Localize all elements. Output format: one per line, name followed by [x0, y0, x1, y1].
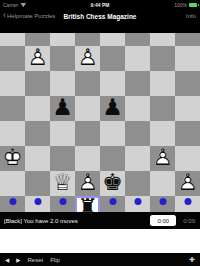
- piece-outline: ♙: [77, 45, 98, 70]
- square-f6[interactable]: [125, 71, 150, 96]
- square-a8[interactable]: [0, 33, 25, 46]
- square-f2[interactable]: [125, 171, 150, 196]
- square-c1[interactable]: [50, 196, 75, 213]
- piece-outline: ♔: [2, 145, 23, 170]
- square-g4[interactable]: [150, 121, 175, 146]
- square-g3[interactable]: ♟♙: [150, 146, 175, 171]
- square-d7[interactable]: ♟♙: [75, 46, 100, 71]
- square-b7[interactable]: ♟♙: [25, 46, 50, 71]
- square-a1[interactable]: [0, 196, 25, 213]
- move-dot-h1[interactable]: [184, 198, 191, 205]
- square-c3[interactable]: [50, 146, 75, 171]
- square-e4[interactable]: [100, 121, 125, 146]
- move-dot-f1[interactable]: [134, 198, 141, 205]
- elapsed-timer: 0:00: [150, 215, 176, 226]
- square-a4[interactable]: [0, 121, 25, 146]
- square-h5[interactable]: [175, 96, 200, 121]
- white-pawn-d2[interactable]: ♟♙: [75, 171, 100, 196]
- white-pawn-h2[interactable]: ♟♙: [175, 171, 200, 196]
- white-pawn-d7[interactable]: ♟♙: [75, 46, 100, 71]
- square-g1[interactable]: [150, 196, 175, 213]
- piece-glyph: ♜: [77, 195, 98, 213]
- square-a5[interactable]: [0, 96, 25, 121]
- status-bar: Carrier 9:44 PM 100%: [0, 0, 200, 10]
- move-dot-g1[interactable]: [159, 198, 166, 205]
- piece-glyph: ♟: [52, 95, 73, 120]
- square-c5[interactable]: ♟: [50, 96, 75, 121]
- piece-outline: ♙: [77, 170, 98, 195]
- clock-label: 9:44 PM: [0, 2, 200, 8]
- square-h3[interactable]: [175, 146, 200, 171]
- next-move-button[interactable]: ▶: [16, 257, 20, 263]
- square-b6[interactable]: [25, 71, 50, 96]
- square-f5[interactable]: [125, 96, 150, 121]
- info-button[interactable]: Info: [186, 13, 196, 19]
- square-a3[interactable]: ♚♔: [0, 146, 25, 171]
- square-h8[interactable]: [175, 33, 200, 46]
- battery-percent-label: 100%: [174, 2, 187, 8]
- square-f7[interactable]: [125, 46, 150, 71]
- piece-outline: ♙: [177, 170, 198, 195]
- square-e8[interactable]: [100, 33, 125, 46]
- move-dot-e1[interactable]: [109, 198, 116, 205]
- piece-glyph: ♚: [102, 170, 123, 195]
- move-dot-c1[interactable]: [59, 198, 66, 205]
- flip-button[interactable]: Flip: [50, 257, 60, 263]
- square-h2[interactable]: ♟♙: [175, 171, 200, 196]
- black-pawn-c5[interactable]: ♟: [50, 96, 75, 121]
- square-c7[interactable]: [50, 46, 75, 71]
- bottom-toolbar: ◀ ▶ Reset Flip ✚: [0, 253, 200, 266]
- white-king-a3[interactable]: ♚♔: [0, 146, 25, 171]
- battery-icon: [189, 3, 197, 7]
- turn-message: [Black] You have 2.0 moves: [4, 218, 150, 224]
- square-b2[interactable]: [25, 171, 50, 196]
- square-f4[interactable]: [125, 121, 150, 146]
- page-title: British Chess Magazine: [30, 13, 170, 20]
- black-rook-d1[interactable]: ♜: [75, 196, 100, 213]
- move-list-panel: [0, 229, 200, 253]
- piece-outline: ♙: [152, 145, 173, 170]
- white-pawn-b7[interactable]: ♟♙: [25, 46, 50, 71]
- piece-glyph: ♟: [102, 95, 123, 120]
- square-e2[interactable]: ♚: [100, 171, 125, 196]
- app-window: Carrier 9:44 PM 100% ‹ Helpmate Puzzles …: [0, 0, 200, 266]
- piece-outline: ♕: [52, 170, 73, 195]
- board-viewport: ♟♙♟♙♟♟♚♔♟♙♛♕♟♙♚♟♙♜: [0, 33, 200, 212]
- square-c6[interactable]: [50, 71, 75, 96]
- square-e7[interactable]: [100, 46, 125, 71]
- square-g6[interactable]: [150, 71, 175, 96]
- square-h7[interactable]: [175, 46, 200, 71]
- square-a2[interactable]: [0, 171, 25, 196]
- countdown-timer: 0:09: [183, 218, 195, 224]
- square-e6[interactable]: [100, 71, 125, 96]
- square-f3[interactable]: [125, 146, 150, 171]
- square-c2[interactable]: ♛♕: [50, 171, 75, 196]
- white-pawn-g3[interactable]: ♟♙: [150, 146, 175, 171]
- chess-board[interactable]: ♟♙♟♙♟♟♚♔♟♙♛♕♟♙♚♟♙♜: [0, 33, 200, 212]
- previous-move-button[interactable]: ◀: [5, 257, 9, 263]
- square-g7[interactable]: [150, 46, 175, 71]
- black-pawn-e5[interactable]: ♟: [100, 96, 125, 121]
- square-f1[interactable]: [125, 196, 150, 213]
- square-d1[interactable]: ♜: [75, 196, 100, 213]
- square-h4[interactable]: [175, 121, 200, 146]
- square-e1[interactable]: [100, 196, 125, 213]
- white-queen-c2[interactable]: ♛♕: [50, 171, 75, 196]
- square-a6[interactable]: [0, 71, 25, 96]
- square-e3[interactable]: [100, 146, 125, 171]
- square-g2[interactable]: [150, 171, 175, 196]
- square-b5[interactable]: [25, 96, 50, 121]
- piece-outline: ♙: [27, 45, 48, 70]
- square-g5[interactable]: [150, 96, 175, 121]
- square-b3[interactable]: [25, 146, 50, 171]
- square-b1[interactable]: [25, 196, 50, 213]
- square-d2[interactable]: ♟♙: [75, 171, 100, 196]
- move-dot-a1[interactable]: [9, 198, 16, 205]
- message-bar: [Black] You have 2.0 moves 0:00 0:09: [0, 212, 200, 229]
- back-chevron-icon: ‹: [3, 12, 6, 19]
- move-dot-b1[interactable]: [34, 198, 41, 205]
- black-king-e2[interactable]: ♚: [100, 171, 125, 196]
- square-b4[interactable]: [25, 121, 50, 146]
- square-e5[interactable]: ♟: [100, 96, 125, 121]
- square-d5[interactable]: [75, 96, 100, 121]
- square-a7[interactable]: [0, 46, 25, 71]
- square-c8[interactable]: [50, 33, 75, 46]
- square-d4[interactable]: [75, 121, 100, 146]
- square-h1[interactable]: [175, 196, 200, 213]
- square-d3[interactable]: [75, 146, 100, 171]
- square-f8[interactable]: [125, 33, 150, 46]
- navigation-bar: ‹ Helpmate Puzzles British Chess Magazin…: [0, 10, 200, 33]
- square-h6[interactable]: [175, 71, 200, 96]
- square-c4[interactable]: [50, 121, 75, 146]
- reset-button[interactable]: Reset: [27, 257, 43, 263]
- plus-icon[interactable]: ✚: [189, 256, 195, 264]
- square-d6[interactable]: [75, 71, 100, 96]
- square-g8[interactable]: [150, 33, 175, 46]
